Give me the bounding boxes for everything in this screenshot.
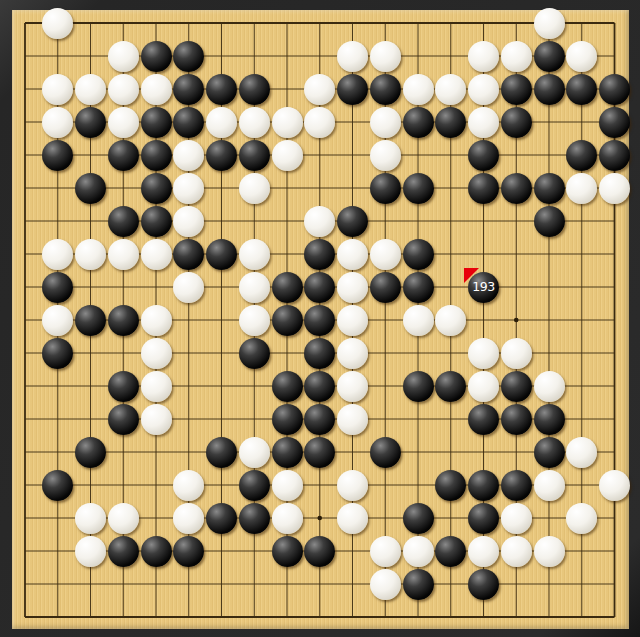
intersection: [74, 304, 107, 337]
stone-white: [239, 239, 270, 270]
intersection: [500, 502, 533, 535]
stone-black: [403, 371, 434, 402]
stone-black: [75, 107, 106, 138]
intersection: [271, 535, 304, 568]
stone-black: [501, 470, 532, 501]
intersection: [74, 535, 107, 568]
stone-black: [108, 206, 139, 237]
move-number-label: 193: [468, 272, 499, 303]
intersection: [598, 139, 631, 172]
stone-black: [272, 272, 303, 303]
stone-white: [272, 107, 303, 138]
stone-white: [304, 74, 335, 105]
stone-black: [141, 140, 172, 171]
intersection: [107, 40, 140, 73]
stone-black: [173, 74, 204, 105]
stone-black: [272, 371, 303, 402]
intersection: [303, 403, 336, 436]
intersection: [303, 304, 336, 337]
intersection: [500, 337, 533, 370]
stone-black: [272, 437, 303, 468]
intersection: [172, 73, 205, 106]
intersection: [369, 139, 402, 172]
intersection: [140, 40, 173, 73]
intersection: [238, 502, 271, 535]
stone-white: [370, 536, 401, 567]
intersection: [500, 535, 533, 568]
intersection: [140, 172, 173, 205]
intersection: [303, 271, 336, 304]
intersection: [565, 436, 598, 469]
stone-black: [534, 173, 565, 204]
stone-black: [75, 305, 106, 336]
stone-black: [403, 107, 434, 138]
intersection: [336, 403, 369, 436]
intersection: [303, 238, 336, 271]
stone-white: [370, 239, 401, 270]
stone-black: [435, 470, 466, 501]
intersection: [336, 469, 369, 502]
stone-white: [337, 305, 368, 336]
intersection: [467, 172, 500, 205]
stone-black: [534, 206, 565, 237]
intersection: [467, 40, 500, 73]
intersection: [303, 535, 336, 568]
stone-black: [435, 107, 466, 138]
intersection: [500, 469, 533, 502]
intersection: [74, 238, 107, 271]
intersection: [598, 106, 631, 139]
intersection: [238, 271, 271, 304]
intersection: [500, 370, 533, 403]
intersection: [107, 304, 140, 337]
stone-white: [173, 272, 204, 303]
stone-black: [272, 536, 303, 567]
stone-black: [534, 404, 565, 435]
stone-black: [304, 536, 335, 567]
stone-white: [42, 239, 73, 270]
stone-black: [108, 140, 139, 171]
intersection: [41, 73, 74, 106]
intersection: [336, 304, 369, 337]
stone-black: [403, 569, 434, 600]
intersection: [107, 73, 140, 106]
intersection: [74, 436, 107, 469]
stone-white: [337, 272, 368, 303]
stone-white: [534, 536, 565, 567]
intersection: [467, 502, 500, 535]
stone-black: [370, 173, 401, 204]
stone-black: [435, 536, 466, 567]
stone-black: [206, 74, 237, 105]
intersection: [336, 271, 369, 304]
intersection: [533, 436, 566, 469]
stone-black: [534, 74, 565, 105]
intersection: [74, 73, 107, 106]
stone-white: [173, 503, 204, 534]
intersection: [271, 469, 304, 502]
intersection: [598, 172, 631, 205]
intersection: [172, 469, 205, 502]
stone-black: [141, 173, 172, 204]
stone-white: [370, 41, 401, 72]
intersection: [172, 172, 205, 205]
intersection: [303, 205, 336, 238]
intersection: [238, 436, 271, 469]
intersection: [140, 238, 173, 271]
stone-white: [337, 41, 368, 72]
intersection: [172, 271, 205, 304]
intersection: [336, 502, 369, 535]
intersection: [369, 535, 402, 568]
intersection: [140, 139, 173, 172]
stone-black: [468, 140, 499, 171]
stone-move-193: 193: [468, 272, 499, 303]
intersection: [434, 469, 467, 502]
stone-white: [337, 239, 368, 270]
stone-black: [501, 404, 532, 435]
stone-white: [239, 107, 270, 138]
stone-black: [468, 470, 499, 501]
stone-black: [206, 437, 237, 468]
intersection: [107, 370, 140, 403]
intersection: [533, 7, 566, 40]
intersection: [172, 502, 205, 535]
stone-white: [337, 503, 368, 534]
stone-black: [42, 140, 73, 171]
stone-black: [566, 74, 597, 105]
intersection: [205, 106, 238, 139]
stone-black: [304, 272, 335, 303]
stone-white: [370, 140, 401, 171]
intersection: [271, 403, 304, 436]
stone-black: [108, 305, 139, 336]
stone-white: [468, 536, 499, 567]
stone-white: [141, 74, 172, 105]
stone-white: [403, 74, 434, 105]
intersection: [41, 7, 74, 40]
stone-black: [501, 371, 532, 402]
intersection: [271, 502, 304, 535]
intersection: [238, 106, 271, 139]
stone-white: [108, 239, 139, 270]
stone-white: [534, 470, 565, 501]
stone-white: [337, 404, 368, 435]
intersection: [172, 535, 205, 568]
stone-white: [141, 239, 172, 270]
intersection: [533, 370, 566, 403]
intersection: [434, 73, 467, 106]
intersection: [402, 73, 435, 106]
stone-white: [468, 338, 499, 369]
intersection: [533, 73, 566, 106]
intersection: [402, 172, 435, 205]
intersection: [598, 469, 631, 502]
stone-black: [108, 536, 139, 567]
screenshot: 193: [0, 0, 640, 637]
intersection: [271, 106, 304, 139]
intersection: [205, 436, 238, 469]
stone-black: [304, 437, 335, 468]
intersection: [140, 73, 173, 106]
intersection: [107, 205, 140, 238]
stone-black: [304, 338, 335, 369]
intersection: [500, 403, 533, 436]
stone-white: [206, 107, 237, 138]
stone-white: [108, 503, 139, 534]
intersection: [467, 403, 500, 436]
intersection: [467, 469, 500, 502]
intersection: [434, 535, 467, 568]
stone-black: [403, 173, 434, 204]
stone-black: [42, 272, 73, 303]
intersection: [533, 469, 566, 502]
stone-black: [370, 437, 401, 468]
intersection: [369, 568, 402, 601]
intersection: [107, 139, 140, 172]
intersection: [500, 106, 533, 139]
intersection: [303, 370, 336, 403]
stone-black: [272, 305, 303, 336]
stone-white: [337, 371, 368, 402]
stone-white: [108, 74, 139, 105]
stone-white: [501, 503, 532, 534]
stone-black: [239, 140, 270, 171]
stone-white: [566, 41, 597, 72]
intersection: [172, 238, 205, 271]
stone-white: [337, 338, 368, 369]
intersection: [41, 271, 74, 304]
stone-white: [337, 470, 368, 501]
stone-black: [468, 569, 499, 600]
stone-white: [403, 536, 434, 567]
stone-white: [272, 503, 303, 534]
intersection: [303, 106, 336, 139]
stone-white: [173, 206, 204, 237]
stone-black: [534, 437, 565, 468]
stone-white: [501, 338, 532, 369]
intersection: [271, 304, 304, 337]
stone-black: [468, 404, 499, 435]
stone-black: [501, 74, 532, 105]
stone-white: [75, 503, 106, 534]
stone-black: [206, 503, 237, 534]
intersection: [205, 502, 238, 535]
intersection: [402, 106, 435, 139]
stone-black: [304, 371, 335, 402]
intersection: [205, 139, 238, 172]
stone-white: [304, 107, 335, 138]
intersection: [369, 271, 402, 304]
intersection: [369, 238, 402, 271]
intersection: [598, 73, 631, 106]
intersection: [336, 337, 369, 370]
stone-white: [239, 437, 270, 468]
stone-white: [370, 107, 401, 138]
intersection: [172, 139, 205, 172]
intersection: [467, 568, 500, 601]
stone-white: [304, 206, 335, 237]
intersection: [41, 139, 74, 172]
intersection: [565, 172, 598, 205]
intersection: [402, 271, 435, 304]
stone-black: [239, 74, 270, 105]
intersection: [369, 73, 402, 106]
intersection: [533, 172, 566, 205]
intersection: [500, 40, 533, 73]
stone-white: [501, 41, 532, 72]
intersection: [434, 370, 467, 403]
stone-white: [370, 569, 401, 600]
stone-black: [337, 74, 368, 105]
intersection: [140, 106, 173, 139]
stone-white: [173, 173, 204, 204]
intersection: [500, 73, 533, 106]
stone-white: [75, 74, 106, 105]
stone-white: [42, 107, 73, 138]
intersection: [238, 238, 271, 271]
intersection: [140, 205, 173, 238]
intersection: [467, 535, 500, 568]
intersection: [172, 106, 205, 139]
stone-black: [108, 404, 139, 435]
stone-white: [42, 8, 73, 39]
stone-white: [599, 470, 630, 501]
intersection: [336, 205, 369, 238]
stone-white: [75, 536, 106, 567]
intersection: [369, 106, 402, 139]
stone-black: [468, 503, 499, 534]
intersection: [533, 205, 566, 238]
intersection: [336, 370, 369, 403]
stone-black: [239, 338, 270, 369]
intersection: [500, 172, 533, 205]
intersection: [402, 568, 435, 601]
stone-black: [173, 107, 204, 138]
intersection: [533, 403, 566, 436]
stone-black: [141, 536, 172, 567]
stone-white: [468, 371, 499, 402]
stone-white: [108, 41, 139, 72]
intersection: [107, 535, 140, 568]
intersection: [336, 40, 369, 73]
intersection: [402, 370, 435, 403]
stone-white: [435, 305, 466, 336]
stone-white: [239, 305, 270, 336]
stone-black: [501, 173, 532, 204]
stones-grid: 193: [9, 7, 631, 634]
stone-black: [141, 41, 172, 72]
intersection: [107, 238, 140, 271]
stone-black: [42, 470, 73, 501]
stone-black: [370, 272, 401, 303]
intersection: [369, 436, 402, 469]
intersection: [271, 370, 304, 403]
stone-white: [501, 536, 532, 567]
stone-white: [173, 470, 204, 501]
stone-white: [272, 140, 303, 171]
stone-white: [239, 272, 270, 303]
stone-black: [304, 404, 335, 435]
stone-black: [173, 536, 204, 567]
stone-white: [403, 305, 434, 336]
stone-white: [42, 74, 73, 105]
intersection: [271, 271, 304, 304]
stone-white: [534, 8, 565, 39]
stone-black: [435, 371, 466, 402]
stone-black: [501, 107, 532, 138]
stone-white: [239, 173, 270, 204]
intersection: [402, 238, 435, 271]
intersection: [41, 238, 74, 271]
intersection: [565, 73, 598, 106]
intersection: [565, 502, 598, 535]
intersection: [369, 40, 402, 73]
intersection: [140, 535, 173, 568]
intersection: [205, 238, 238, 271]
intersection: [336, 73, 369, 106]
stone-black: [403, 239, 434, 270]
stone-white: [173, 140, 204, 171]
stone-black: [108, 371, 139, 402]
stone-black: [141, 206, 172, 237]
intersection: [238, 139, 271, 172]
intersection: [303, 337, 336, 370]
intersection: [140, 370, 173, 403]
intersection: [41, 106, 74, 139]
intersection: [74, 106, 107, 139]
stone-black: [403, 272, 434, 303]
stone-black: [239, 503, 270, 534]
intersection: [172, 40, 205, 73]
stone-black: [599, 74, 630, 105]
stone-black: [599, 140, 630, 171]
stone-white: [599, 173, 630, 204]
intersection: [303, 73, 336, 106]
intersection: [369, 172, 402, 205]
stone-black: [173, 41, 204, 72]
intersection: [238, 172, 271, 205]
intersection: [402, 304, 435, 337]
intersection: [205, 73, 238, 106]
stone-white: [566, 173, 597, 204]
stone-black: [337, 206, 368, 237]
stone-white: [108, 107, 139, 138]
stone-white: [534, 371, 565, 402]
intersection: [140, 337, 173, 370]
stone-black: [468, 173, 499, 204]
intersection: [172, 205, 205, 238]
stone-white: [468, 74, 499, 105]
stone-white: [141, 371, 172, 402]
intersection: [565, 40, 598, 73]
stone-black: [75, 173, 106, 204]
stone-white: [42, 305, 73, 336]
stone-black: [403, 503, 434, 534]
intersection: [238, 337, 271, 370]
intersection: [238, 304, 271, 337]
stone-white: [272, 470, 303, 501]
stone-white: [75, 239, 106, 270]
intersection: [41, 469, 74, 502]
stone-black: [599, 107, 630, 138]
stone-white: [566, 437, 597, 468]
intersection: [303, 436, 336, 469]
intersection: [402, 535, 435, 568]
intersection: [434, 106, 467, 139]
stone-white: [141, 404, 172, 435]
intersection: [467, 370, 500, 403]
